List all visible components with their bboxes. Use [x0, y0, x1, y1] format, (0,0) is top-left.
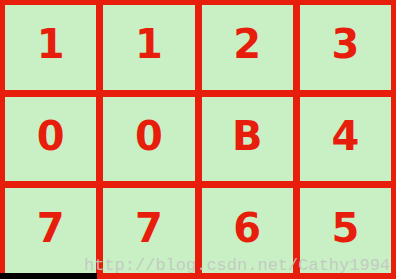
tile-label: 2 — [233, 24, 261, 64]
tile-label: 0 — [135, 116, 163, 156]
puzzle-cell: 7 — [5, 188, 96, 273]
tile-label: 6 — [233, 208, 261, 248]
tile-label: 5 — [331, 208, 359, 248]
tile-label: 7 — [37, 208, 65, 248]
puzzle-cell: 7 — [103, 188, 194, 273]
puzzle-board: 112300B47765 http://blog.csdn.net/Cathy1… — [0, 0, 396, 279]
tile-label: 7 — [135, 208, 163, 248]
puzzle-cell: 3 — [300, 5, 391, 90]
puzzle-cell: 0 — [5, 97, 96, 182]
puzzle-cell: 4 — [300, 97, 391, 182]
puzzle-cell: 1 — [5, 5, 96, 90]
puzzle-cell: 6 — [202, 188, 293, 273]
puzzle-cell: B — [202, 97, 293, 182]
puzzle-cell: 5 — [300, 188, 391, 273]
tile-label: 3 — [331, 24, 359, 64]
tile-label: B — [232, 116, 263, 156]
tile-label: 1 — [135, 24, 163, 64]
tile-label: 1 — [37, 24, 65, 64]
puzzle-cell: 0 — [103, 97, 194, 182]
tile-label: 0 — [37, 116, 65, 156]
puzzle-cell: 1 — [103, 5, 194, 90]
black-bar-annotation — [0, 273, 97, 279]
puzzle-grid: 112300B47765 — [0, 0, 396, 279]
tile-label: 4 — [331, 116, 359, 156]
puzzle-cell: 2 — [202, 5, 293, 90]
